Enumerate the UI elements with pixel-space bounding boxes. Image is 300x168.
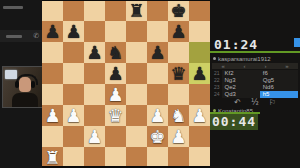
move-row-21: 21Kf2f6 [212,70,298,77]
black-pawn-g7: ♟ [168,21,189,42]
square-h3[interactable]: ♟ [189,105,210,126]
phone-icon[interactable]: ✆ [33,32,39,40]
square-c5[interactable] [84,63,105,84]
background-monitor [5,70,17,79]
square-b1[interactable] [63,147,84,168]
square-g3[interactable]: ♞ [168,105,189,126]
person-torso [12,93,38,108]
square-b4[interactable] [63,84,84,105]
white-rook-a1: ♜ [42,147,63,168]
square-d3[interactable]: ♛ [105,105,126,126]
move-number: 21 [212,70,222,77]
white-pawn-d4: ♟ [105,84,126,105]
move-row-23: 23Qe2Nd6 [212,84,298,91]
black-pawn-a7: ♟ [42,21,63,42]
online-dot [213,57,216,60]
square-g2[interactable]: ♟ [168,126,189,147]
white-pawn-b3: ♟ [63,105,84,126]
square-h6[interactable] [189,42,210,63]
move-list: 21Kf2f622Ng3Qg523Qe2Nd624Qd3h5 [212,70,298,98]
square-h5[interactable]: ♟ [189,63,210,84]
square-g4[interactable] [168,84,189,105]
square-a8[interactable] [42,0,63,21]
black-time-bar [210,51,300,53]
square-d5[interactable]: ♟ [105,63,126,84]
left-sidebar: ✆ [0,0,42,168]
square-f8[interactable] [147,0,168,21]
board-top-edge [42,0,210,1]
board-bottom-edge [42,166,210,168]
square-d8[interactable] [105,0,126,21]
square-f1[interactable] [147,147,168,168]
white-clock-active: 00:44 [210,114,258,130]
square-h7[interactable] [189,21,210,42]
draw-offer-button[interactable]: ½ [251,98,259,107]
black-pawn-c6: ♟ [84,42,105,63]
black-knight-d6: ♞ [105,42,126,63]
square-a4[interactable] [42,84,63,105]
square-e4[interactable] [126,84,147,105]
move-nav-icon-2[interactable]: › [264,63,266,69]
square-a6[interactable] [42,42,63,63]
voice-call-row[interactable]: ✆ [0,30,42,42]
app-window: ✆ ♜♚♟♟♟♟♞♟♟♛♟♟♟♟♛♟♞♟♟♚♟♜ 01:24 kasparsam… [0,0,300,168]
square-a2[interactable] [42,126,63,147]
black-pawn-d5: ♟ [105,63,126,84]
white-king-f2: ♚ [147,126,168,147]
square-e8[interactable]: ♜ [126,0,147,21]
black-king-g8: ♚ [168,0,189,21]
move-row-24: 24Qd3h5 [212,91,298,98]
move-22-white[interactable]: Ng3 [222,77,260,84]
blue-button[interactable] [294,38,300,47]
move-24-black[interactable]: h5 [260,91,298,98]
move-24-white[interactable]: Qd3 [222,91,260,98]
square-c3[interactable] [84,105,105,126]
square-c7[interactable] [84,21,105,42]
black-player-name[interactable]: kasparsamurai1912 [218,56,271,62]
move-23-black[interactable]: Nd6 [260,84,298,91]
square-d4[interactable]: ♟ [105,84,126,105]
square-f5[interactable] [147,63,168,84]
square-b3[interactable]: ♟ [63,105,84,126]
square-a1[interactable]: ♜ [42,147,63,168]
square-a3[interactable]: ♟ [42,105,63,126]
square-c8[interactable] [84,0,105,21]
square-a5[interactable] [42,63,63,84]
black-pawn-f6: ♟ [147,42,168,63]
square-h2[interactable] [189,126,210,147]
call-status-text [6,35,22,38]
white-pawn-f3: ♟ [147,105,168,126]
square-f4[interactable] [147,84,168,105]
square-e5[interactable] [126,63,147,84]
square-e2[interactable] [126,126,147,147]
headphone-cup-right [31,81,35,88]
square-g8[interactable]: ♚ [168,0,189,21]
square-f7[interactable] [147,21,168,42]
square-d7[interactable] [105,21,126,42]
square-a7[interactable]: ♟ [42,21,63,42]
webcam-video [2,66,43,108]
move-number: 24 [212,91,222,98]
square-f3[interactable]: ♟ [147,105,168,126]
square-d1[interactable] [105,147,126,168]
square-h8[interactable] [189,0,210,21]
white-pawn-c2: ♟ [84,126,105,147]
square-f6[interactable]: ♟ [147,42,168,63]
headphone-cup-left [15,81,19,88]
chess-board-area: ♜♚♟♟♟♟♞♟♟♛♟♟♟♟♛♟♞♟♟♚♟♜ [42,0,210,168]
white-pawn-g2: ♟ [168,126,189,147]
move-nav-icon-3[interactable]: » [285,63,288,69]
square-e6[interactable] [126,42,147,63]
move-23-white[interactable]: Qe2 [222,84,260,91]
square-g6[interactable] [168,42,189,63]
square-g5[interactable]: ♛ [168,63,189,84]
square-f2[interactable]: ♚ [147,126,168,147]
move-nav-icon-1[interactable]: ‹ [244,63,246,69]
white-queen-d3: ♛ [105,105,126,126]
move-number: 23 [212,84,222,91]
move-nav-icon-0[interactable]: « [221,63,224,69]
square-d2[interactable] [105,126,126,147]
move-21-black[interactable]: f6 [260,70,298,77]
game-action-buttons: ↶½⚐ [212,98,298,107]
square-e1[interactable] [126,147,147,168]
square-b5[interactable] [63,63,84,84]
takeback-button[interactable]: ↶ [234,98,241,107]
square-d6[interactable]: ♞ [105,42,126,63]
black-pawn-h5: ♟ [189,63,210,84]
resign-button[interactable]: ⚐ [269,98,276,107]
black-queen-g5: ♛ [168,63,189,84]
move-number: 22 [212,77,222,84]
black-clock: 01:24 [214,37,258,52]
square-g7[interactable]: ♟ [168,21,189,42]
sidebar-title-text [3,6,23,9]
black-pawn-b7: ♟ [63,21,84,42]
move-nav-bar: «‹›» [212,63,298,69]
square-c2[interactable]: ♟ [84,126,105,147]
black-rook-e8: ♜ [126,0,147,21]
square-b2[interactable] [63,126,84,147]
square-e3[interactable] [126,105,147,126]
square-e7[interactable] [126,21,147,42]
black-player-row[interactable]: kasparsamurai1912 [213,55,271,62]
white-pawn-a3: ♟ [42,105,63,126]
square-c4[interactable] [84,84,105,105]
square-b8[interactable] [63,0,84,21]
white-knight-g3: ♞ [168,105,189,126]
move-22-black[interactable]: Qg5 [260,77,298,84]
square-b7[interactable]: ♟ [63,21,84,42]
chess-board: ♜♚♟♟♟♟♞♟♟♛♟♟♟♟♛♟♞♟♟♚♟♜ [42,0,210,168]
square-h1[interactable] [189,147,210,168]
square-g1[interactable] [168,147,189,168]
square-c1[interactable] [84,147,105,168]
game-panel: 01:24 kasparsamurai1912 «‹›» 21Kf2f622Ng… [210,0,300,168]
move-21-white[interactable]: Kf2 [222,70,260,77]
square-c6[interactable]: ♟ [84,42,105,63]
square-b6[interactable] [63,42,84,63]
square-h4[interactable] [189,84,210,105]
white-pawn-h3: ♟ [189,105,210,126]
move-row-22: 22Ng3Qg5 [212,77,298,84]
